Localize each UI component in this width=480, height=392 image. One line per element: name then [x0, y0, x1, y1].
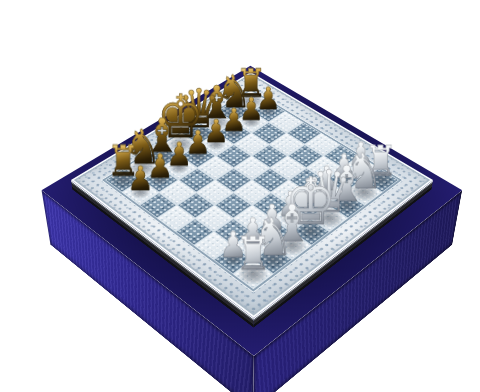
piece-white-rook[interactable]: ♜ [235, 231, 271, 277]
product-photo-scene: ♜♞♝♛♚♝♞♜♟♟♟♟♟♟♟♟♟♟♟♟♟♟♟♟♜♞♝♛♚♝♞♜ [0, 0, 480, 392]
perspective-stage: ♜♞♝♛♚♝♞♜♟♟♟♟♟♟♟♟♟♟♟♟♟♟♟♟♜♞♝♛♚♝♞♜ [0, 0, 480, 392]
piece-black-pawn[interactable]: ♟ [127, 162, 153, 195]
